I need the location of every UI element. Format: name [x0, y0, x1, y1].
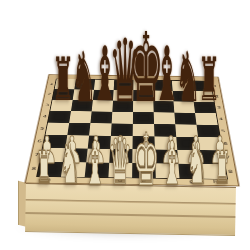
piece-black-knight-b1: ♞ — [53, 42, 115, 111]
pieces-layer: ♜♞♝♛♚♝♞♜♟♟♟♟♟♟♟♟♜♞♝♛♚♝♞♜ — [0, 0, 250, 250]
piece-white-rook-h8: ♜ — [191, 145, 250, 190]
piece-white-pawn-e7: ♟ — [106, 131, 186, 169]
piece-black-bishop-c1: ♝ — [74, 37, 136, 112]
piece-white-pawn-b7: ♟ — [32, 131, 112, 169]
piece-white-knight-b8: ♞ — [39, 135, 101, 192]
piece-white-pawn-f7: ♟ — [131, 131, 211, 169]
piece-white-pawn-c7: ♟ — [56, 131, 136, 169]
piece-black-knight-g1: ♞ — [157, 42, 219, 111]
piece-black-king-e1: ♚ — [115, 20, 177, 116]
piece-white-knight-g8: ♞ — [166, 135, 228, 192]
piece-white-pawn-g7: ♟ — [156, 131, 236, 169]
piece-white-rook-a8: ♜ — [13, 145, 75, 190]
piece-white-bishop-c8: ♝ — [64, 133, 126, 193]
piece-black-queen-d1: ♛ — [94, 27, 156, 114]
piece-white-bishop-f8: ♝ — [141, 133, 203, 193]
piece-black-rook-a1: ♜ — [32, 49, 94, 109]
piece-white-pawn-d7: ♟ — [81, 131, 161, 169]
piece-white-queen-d8: ♛ — [89, 128, 151, 194]
piece-white-pawn-h7: ♟ — [180, 131, 250, 169]
piece-white-pawn-a7: ♟ — [7, 131, 87, 169]
piece-white-king-e8: ♚ — [115, 123, 177, 195]
piece-black-bishop-f1: ♝ — [136, 37, 198, 112]
piece-black-rook-h1: ♜ — [178, 49, 240, 109]
chess-set-photo: 12345678 12345678 abcdefgh ♜♞♝♛♚♝♞♜♟♟♟♟♟… — [0, 0, 250, 250]
